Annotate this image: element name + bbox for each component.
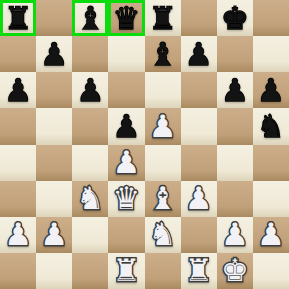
- square-c5[interactable]: [72, 108, 108, 144]
- square-a1[interactable]: [0, 253, 36, 289]
- square-c4[interactable]: [72, 145, 108, 181]
- square-g8[interactable]: [217, 0, 253, 36]
- piece-white-rook[interactable]: [108, 253, 144, 289]
- piece-white-pawn[interactable]: [108, 145, 144, 181]
- square-e3[interactable]: [145, 181, 181, 217]
- square-e4[interactable]: [145, 145, 181, 181]
- piece-white-pawn[interactable]: [217, 217, 253, 253]
- piece-white-pawn[interactable]: [253, 217, 289, 253]
- square-d5[interactable]: [108, 108, 144, 144]
- square-f8[interactable]: [181, 0, 217, 36]
- square-e6[interactable]: [145, 72, 181, 108]
- piece-white-pawn[interactable]: [145, 108, 181, 144]
- square-h3[interactable]: [253, 181, 289, 217]
- square-d8[interactable]: [108, 0, 144, 36]
- square-b2[interactable]: [36, 217, 72, 253]
- piece-white-king[interactable]: [217, 253, 253, 289]
- square-c7[interactable]: [72, 36, 108, 72]
- square-e1[interactable]: [145, 253, 181, 289]
- square-a4[interactable]: [0, 145, 36, 181]
- piece-black-rook[interactable]: [145, 0, 181, 36]
- square-f4[interactable]: [181, 145, 217, 181]
- square-b1[interactable]: [36, 253, 72, 289]
- square-b8[interactable]: [36, 0, 72, 36]
- square-c1[interactable]: [72, 253, 108, 289]
- square-b4[interactable]: [36, 145, 72, 181]
- square-e2[interactable]: [145, 217, 181, 253]
- square-d4[interactable]: [108, 145, 144, 181]
- piece-black-pawn[interactable]: [36, 36, 72, 72]
- square-c8[interactable]: [72, 0, 108, 36]
- square-h4[interactable]: [253, 145, 289, 181]
- square-d7[interactable]: [108, 36, 144, 72]
- square-e8[interactable]: [145, 0, 181, 36]
- square-g2[interactable]: [217, 217, 253, 253]
- square-g3[interactable]: [217, 181, 253, 217]
- square-a5[interactable]: [0, 108, 36, 144]
- square-h5[interactable]: [253, 108, 289, 144]
- square-b6[interactable]: [36, 72, 72, 108]
- square-f7[interactable]: [181, 36, 217, 72]
- square-b7[interactable]: [36, 36, 72, 72]
- square-g4[interactable]: [217, 145, 253, 181]
- piece-white-pawn[interactable]: [0, 217, 36, 253]
- square-d3[interactable]: [108, 181, 144, 217]
- square-e7[interactable]: [145, 36, 181, 72]
- square-f1[interactable]: [181, 253, 217, 289]
- piece-black-king[interactable]: [217, 0, 253, 36]
- square-b3[interactable]: [36, 181, 72, 217]
- square-h1[interactable]: [253, 253, 289, 289]
- square-g6[interactable]: [217, 72, 253, 108]
- square-g1[interactable]: [217, 253, 253, 289]
- piece-black-pawn[interactable]: [217, 72, 253, 108]
- piece-black-pawn[interactable]: [72, 72, 108, 108]
- square-a6[interactable]: [0, 72, 36, 108]
- piece-black-pawn[interactable]: [253, 72, 289, 108]
- square-f5[interactable]: [181, 108, 217, 144]
- piece-black-queen[interactable]: [108, 0, 144, 36]
- piece-white-bishop[interactable]: [145, 181, 181, 217]
- piece-white-pawn[interactable]: [181, 181, 217, 217]
- square-a8[interactable]: [0, 0, 36, 36]
- square-g5[interactable]: [217, 108, 253, 144]
- square-b5[interactable]: [36, 108, 72, 144]
- square-h8[interactable]: [253, 0, 289, 36]
- square-h2[interactable]: [253, 217, 289, 253]
- square-f3[interactable]: [181, 181, 217, 217]
- piece-white-knight[interactable]: [145, 217, 181, 253]
- piece-white-knight[interactable]: [72, 181, 108, 217]
- square-h6[interactable]: [253, 72, 289, 108]
- square-c2[interactable]: [72, 217, 108, 253]
- square-c6[interactable]: [72, 72, 108, 108]
- piece-black-pawn[interactable]: [108, 108, 144, 144]
- square-a2[interactable]: [0, 217, 36, 253]
- piece-black-bishop[interactable]: [72, 0, 108, 36]
- piece-black-rook[interactable]: [0, 0, 36, 36]
- square-f6[interactable]: [181, 72, 217, 108]
- square-c3[interactable]: [72, 181, 108, 217]
- square-d6[interactable]: [108, 72, 144, 108]
- piece-white-pawn[interactable]: [36, 217, 72, 253]
- square-a3[interactable]: [0, 181, 36, 217]
- piece-black-knight[interactable]: [253, 108, 289, 144]
- square-d1[interactable]: [108, 253, 144, 289]
- square-g7[interactable]: [217, 36, 253, 72]
- square-e5[interactable]: [145, 108, 181, 144]
- square-a7[interactable]: [0, 36, 36, 72]
- piece-black-pawn[interactable]: [0, 72, 36, 108]
- piece-black-pawn[interactable]: [181, 36, 217, 72]
- square-d2[interactable]: [108, 217, 144, 253]
- piece-white-queen[interactable]: [108, 181, 144, 217]
- chess-board: [0, 0, 289, 289]
- square-f2[interactable]: [181, 217, 217, 253]
- square-h7[interactable]: [253, 36, 289, 72]
- piece-black-bishop[interactable]: [145, 36, 181, 72]
- piece-white-rook[interactable]: [181, 253, 217, 289]
